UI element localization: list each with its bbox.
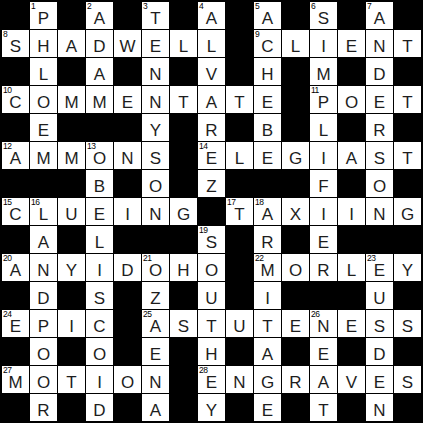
cell-letter: E xyxy=(374,257,385,279)
cell-r14c11[interactable]: T xyxy=(310,394,337,421)
cell-r11c11[interactable]: 26N xyxy=(310,310,337,337)
cell-letter: H xyxy=(177,257,189,279)
cell-letter: E xyxy=(290,313,301,335)
cell-r2c13[interactable]: D xyxy=(366,58,393,85)
cell-r8c3[interactable]: L xyxy=(86,226,113,253)
cell-r3c3[interactable]: M xyxy=(86,86,113,113)
cell-r13c1[interactable]: O xyxy=(30,366,57,393)
cell-r1c12[interactable]: E xyxy=(338,30,365,57)
clue-number-19: 19 xyxy=(199,226,207,235)
clue-number-8: 8 xyxy=(3,30,7,39)
clue-number-28: 28 xyxy=(199,366,207,375)
cell-r5c5[interactable]: S xyxy=(142,142,169,169)
cell-letter: T xyxy=(234,89,244,111)
cell-r11c10[interactable]: E xyxy=(282,310,309,337)
block-r5c6 xyxy=(170,142,197,169)
cell-r11c14[interactable]: S xyxy=(394,310,421,337)
clue-number-2: 2 xyxy=(87,2,91,11)
cell-letter: S xyxy=(402,369,413,391)
cell-letter: H xyxy=(37,33,49,55)
cell-r1c14[interactable]: T xyxy=(394,30,421,57)
cell-r12c1[interactable]: O xyxy=(30,338,57,365)
block-r10c14 xyxy=(394,282,421,309)
cell-r9c3[interactable]: I xyxy=(86,254,113,281)
block-r2c6 xyxy=(170,58,197,85)
block-r10c11 xyxy=(310,282,337,309)
cell-r14c13[interactable]: N xyxy=(366,394,393,421)
cell-r13c8[interactable]: N xyxy=(226,366,253,393)
cell-r5c11[interactable]: I xyxy=(310,142,337,169)
cell-letter: F xyxy=(318,173,328,195)
cell-r7c6[interactable]: G xyxy=(170,198,197,225)
block-r11c4 xyxy=(114,310,141,337)
block-r0c12 xyxy=(338,2,365,29)
cell-r2c3[interactable]: A xyxy=(86,58,113,85)
cell-r5c9[interactable]: E xyxy=(254,142,281,169)
cell-r9c13[interactable]: 23E xyxy=(366,254,393,281)
cell-letter: D xyxy=(37,285,49,307)
block-r8c13 xyxy=(366,226,393,253)
cell-r3c11[interactable]: 11P xyxy=(310,86,337,113)
cell-r11c1[interactable]: P xyxy=(30,310,57,337)
cell-letter: L xyxy=(179,33,188,55)
cell-r6c5[interactable]: O xyxy=(142,170,169,197)
cell-r9c11[interactable]: R xyxy=(310,254,337,281)
cell-letter: R xyxy=(37,397,49,419)
cell-r9c0[interactable]: 20A xyxy=(2,254,29,281)
cell-letter: R xyxy=(317,257,329,279)
cell-r9c12[interactable]: L xyxy=(338,254,365,281)
block-r8c14 xyxy=(394,226,421,253)
cell-r2c1[interactable]: L xyxy=(30,58,57,85)
cell-letter: I xyxy=(125,201,130,223)
block-r10c4 xyxy=(114,282,141,309)
cell-r11c5[interactable]: 25A xyxy=(142,310,169,337)
cell-letter: E xyxy=(346,313,357,335)
cell-letter: N xyxy=(37,257,49,279)
cell-r13c12[interactable]: V xyxy=(338,366,365,393)
clue-number-15: 15 xyxy=(3,198,11,207)
clue-number-13: 13 xyxy=(87,142,95,151)
block-r12c2 xyxy=(58,338,85,365)
cell-r3c7[interactable]: A xyxy=(198,86,225,113)
block-r2c8 xyxy=(226,58,253,85)
cell-r1c2[interactable]: A xyxy=(58,30,85,57)
crossword-grid: 1P2A3T4A5A6S7A8SHADWELL9CLIENTLANVHMD10C… xyxy=(0,0,423,423)
block-r12c10 xyxy=(282,338,309,365)
cell-r3c9[interactable]: E xyxy=(254,86,281,113)
cell-letter: A xyxy=(38,229,49,251)
cell-letter: T xyxy=(66,369,76,391)
cell-r6c3[interactable]: B xyxy=(86,170,113,197)
cell-r8c7[interactable]: 19S xyxy=(198,226,225,253)
cell-r9c5[interactable]: 21O xyxy=(142,254,169,281)
block-r6c12 xyxy=(338,170,365,197)
cell-letter: E xyxy=(346,33,357,55)
cell-r13c9[interactable]: G xyxy=(254,366,281,393)
block-r12c6 xyxy=(170,338,197,365)
cell-r14c5[interactable]: A xyxy=(142,394,169,421)
block-r4c2 xyxy=(58,114,85,141)
cell-r0c11[interactable]: 6S xyxy=(310,2,337,29)
cell-r3c2[interactable]: M xyxy=(58,86,85,113)
cell-r11c6[interactable]: S xyxy=(170,310,197,337)
cell-letter: Y xyxy=(402,257,413,279)
cell-r10c1[interactable]: D xyxy=(30,282,57,309)
cell-r8c9[interactable]: R xyxy=(254,226,281,253)
cell-r12c9[interactable]: A xyxy=(254,338,281,365)
cell-r10c13[interactable]: U xyxy=(366,282,393,309)
cell-r12c5[interactable]: E xyxy=(142,338,169,365)
cell-letter: A xyxy=(94,61,105,83)
cell-letter: L xyxy=(39,201,48,223)
cell-r11c8[interactable]: U xyxy=(226,310,253,337)
block-r4c12 xyxy=(338,114,365,141)
cell-r3c5[interactable]: N xyxy=(142,86,169,113)
cell-r11c9[interactable]: T xyxy=(254,310,281,337)
cell-r4c11[interactable]: L xyxy=(310,114,337,141)
cell-letter: G xyxy=(261,369,274,391)
cell-letter: E xyxy=(262,397,273,419)
block-r2c12 xyxy=(338,58,365,85)
cell-r7c8[interactable]: 17T xyxy=(226,198,253,225)
block-r8c0 xyxy=(2,226,29,253)
cell-r11c0[interactable]: 24E xyxy=(2,310,29,337)
cell-r5c7[interactable]: 14E xyxy=(198,142,225,169)
cell-letter: O xyxy=(37,89,50,111)
cell-r9c9[interactable]: 22M xyxy=(254,254,281,281)
clue-number-12: 12 xyxy=(3,142,11,151)
clue-number-1: 1 xyxy=(31,2,35,11)
cell-r14c7[interactable]: Y xyxy=(198,394,225,421)
cell-letter: I xyxy=(321,33,326,55)
cell-letter: E xyxy=(374,89,385,111)
cell-letter: I xyxy=(69,313,74,335)
cell-letter: T xyxy=(318,397,328,419)
cell-letter: L xyxy=(235,145,244,167)
cell-r1c1[interactable]: H xyxy=(30,30,57,57)
cell-r13c11[interactable]: A xyxy=(310,366,337,393)
block-r12c14 xyxy=(394,338,421,365)
cell-r0c7[interactable]: 4A xyxy=(198,2,225,29)
cell-r4c9[interactable]: B xyxy=(254,114,281,141)
block-r2c14 xyxy=(394,58,421,85)
cell-r7c3[interactable]: E xyxy=(86,198,113,225)
cell-r13c7[interactable]: 28E xyxy=(198,366,225,393)
cell-letter: U xyxy=(233,313,245,335)
cell-letter: N xyxy=(233,369,245,391)
clue-number-3: 3 xyxy=(143,2,147,11)
block-r2c2 xyxy=(58,58,85,85)
cell-letter: E xyxy=(318,229,329,251)
cell-letter: E xyxy=(150,33,161,55)
cell-r5c1[interactable]: M xyxy=(30,142,57,169)
cell-r3c6[interactable]: T xyxy=(170,86,197,113)
cell-letter: U xyxy=(205,285,217,307)
cell-r2c11[interactable]: M xyxy=(310,58,337,85)
cell-letter: L xyxy=(39,61,48,83)
block-r0c8 xyxy=(226,2,253,29)
cell-letter: S xyxy=(178,313,189,335)
cell-letter: N xyxy=(149,61,161,83)
cell-letter: A xyxy=(318,369,329,391)
block-r8c2 xyxy=(58,226,85,253)
block-r14c12 xyxy=(338,394,365,421)
cell-r12c3[interactable]: O xyxy=(86,338,113,365)
cell-r6c11[interactable]: F xyxy=(310,170,337,197)
block-r4c3 xyxy=(86,114,113,141)
cell-letter: B xyxy=(262,117,273,139)
cell-r14c3[interactable]: D xyxy=(86,394,113,421)
cell-letter: T xyxy=(402,33,412,55)
block-r6c2 xyxy=(58,170,85,197)
cell-letter: E xyxy=(206,145,217,167)
cell-r9c10[interactable]: O xyxy=(282,254,309,281)
block-r2c4 xyxy=(114,58,141,85)
cell-r3c4[interactable]: E xyxy=(114,86,141,113)
block-r14c2 xyxy=(58,394,85,421)
block-r10c0 xyxy=(2,282,29,309)
cell-r0c1[interactable]: 1P xyxy=(30,2,57,29)
clue-number-11: 11 xyxy=(311,86,319,95)
cell-letter: M xyxy=(316,61,330,83)
cell-r7c4[interactable]: I xyxy=(114,198,141,225)
cell-letter: I xyxy=(97,257,102,279)
block-r12c8 xyxy=(226,338,253,365)
cell-r6c13[interactable]: O xyxy=(366,170,393,197)
cell-r11c2[interactable]: I xyxy=(58,310,85,337)
cell-letter: T xyxy=(402,145,412,167)
cell-r11c12[interactable]: E xyxy=(338,310,365,337)
cell-r12c11[interactable]: E xyxy=(310,338,337,365)
cell-letter: H xyxy=(261,61,273,83)
cell-letter: A xyxy=(262,5,273,27)
cell-letter: N xyxy=(373,33,385,55)
cell-letter: I xyxy=(349,201,354,223)
cell-r4c1[interactable]: E xyxy=(30,114,57,141)
block-r9c8 xyxy=(226,254,253,281)
cell-letter: Z xyxy=(206,173,216,195)
cell-r10c9[interactable]: I xyxy=(254,282,281,309)
cell-r3c12[interactable]: O xyxy=(338,86,365,113)
block-r7c7 xyxy=(198,198,225,225)
cell-letter: S xyxy=(374,313,385,335)
clue-number-5: 5 xyxy=(255,2,259,11)
cell-r1c11[interactable]: I xyxy=(310,30,337,57)
cell-r3c1[interactable]: O xyxy=(30,86,57,113)
clue-number-24: 24 xyxy=(3,310,11,319)
cell-r12c13[interactable]: D xyxy=(366,338,393,365)
cell-r13c3[interactable]: I xyxy=(86,366,113,393)
cell-r7c13[interactable]: N xyxy=(366,198,393,225)
cell-r3c13[interactable]: E xyxy=(366,86,393,113)
cell-letter: R xyxy=(373,117,385,139)
cell-r9c2[interactable]: Y xyxy=(58,254,85,281)
cell-r7c9[interactable]: 18A xyxy=(254,198,281,225)
cell-r0c9[interactable]: 5A xyxy=(254,2,281,29)
cell-letter: V xyxy=(206,61,217,83)
cell-r5c13[interactable]: S xyxy=(366,142,393,169)
cell-r2c7[interactable]: V xyxy=(198,58,225,85)
cell-letter: O xyxy=(149,173,162,195)
cell-r9c7[interactable]: O xyxy=(198,254,225,281)
cell-r0c3[interactable]: 2A xyxy=(86,2,113,29)
cell-letter: M xyxy=(64,89,78,111)
cell-r6c7[interactable]: Z xyxy=(198,170,225,197)
cell-letter: O xyxy=(345,89,358,111)
cell-letter: S xyxy=(402,313,413,335)
cell-r3c8[interactable]: T xyxy=(226,86,253,113)
cell-r1c6[interactable]: L xyxy=(170,30,197,57)
block-r0c0 xyxy=(2,2,29,29)
cell-letter: N xyxy=(149,201,161,223)
cell-r7c11[interactable]: I xyxy=(310,198,337,225)
cell-r2c5[interactable]: N xyxy=(142,58,169,85)
cell-r10c5[interactable]: Z xyxy=(142,282,169,309)
clue-number-27: 27 xyxy=(3,366,11,375)
cell-r11c13[interactable]: S xyxy=(366,310,393,337)
cell-letter: T xyxy=(178,89,188,111)
cell-r5c3[interactable]: 13O xyxy=(86,142,113,169)
clue-number-20: 20 xyxy=(3,254,11,263)
cell-r13c2[interactable]: T xyxy=(58,366,85,393)
cell-r13c5[interactable]: N xyxy=(142,366,169,393)
cell-r5c2[interactable]: M xyxy=(58,142,85,169)
cell-r14c9[interactable]: E xyxy=(254,394,281,421)
cell-r11c3[interactable]: C xyxy=(86,310,113,337)
block-r14c14 xyxy=(394,394,421,421)
cell-letter: P xyxy=(38,313,49,335)
block-r6c9 xyxy=(254,170,281,197)
cell-letter: O xyxy=(37,369,50,391)
cell-letter: C xyxy=(261,33,273,55)
cell-r0c5[interactable]: 3T xyxy=(142,2,169,29)
cell-letter: T xyxy=(206,313,216,335)
cell-r9c4[interactable]: D xyxy=(114,254,141,281)
block-r8c6 xyxy=(170,226,197,253)
cell-r7c10[interactable]: X xyxy=(282,198,309,225)
block-r6c6 xyxy=(170,170,197,197)
cell-r14c1[interactable]: R xyxy=(30,394,57,421)
cell-r5c4[interactable]: N xyxy=(114,142,141,169)
cell-letter: S xyxy=(150,145,161,167)
cell-r13c0[interactable]: 27M xyxy=(2,366,29,393)
cell-r1c4[interactable]: W xyxy=(114,30,141,57)
cell-r1c0[interactable]: 8S xyxy=(2,30,29,57)
cell-r5c12[interactable]: A xyxy=(338,142,365,169)
cell-r5c0[interactable]: 12A xyxy=(2,142,29,169)
block-r10c10 xyxy=(282,282,309,309)
cell-r12c7[interactable]: H xyxy=(198,338,225,365)
block-r0c14 xyxy=(394,2,421,29)
cell-letter: S xyxy=(374,145,385,167)
cell-r7c1[interactable]: 16L xyxy=(30,198,57,225)
cell-r5c8[interactable]: L xyxy=(226,142,253,169)
cell-letter: W xyxy=(119,33,135,55)
cell-r1c7[interactable]: L xyxy=(198,30,225,57)
cell-r11c7[interactable]: T xyxy=(198,310,225,337)
cell-r7c5[interactable]: N xyxy=(142,198,169,225)
cell-r4c5[interactable]: Y xyxy=(142,114,169,141)
cell-r10c3[interactable]: S xyxy=(86,282,113,309)
cell-letter: Y xyxy=(150,117,161,139)
block-r13c6 xyxy=(170,366,197,393)
block-r12c4 xyxy=(114,338,141,365)
cell-r1c13[interactable]: N xyxy=(366,30,393,57)
block-r8c8 xyxy=(226,226,253,253)
cell-r1c10[interactable]: L xyxy=(282,30,309,57)
cell-r8c11[interactable]: E xyxy=(310,226,337,253)
cell-r0c13[interactable]: 7A xyxy=(366,2,393,29)
cell-r10c7[interactable]: U xyxy=(198,282,225,309)
cell-r5c14[interactable]: T xyxy=(394,142,421,169)
cell-letter: X xyxy=(290,201,301,223)
block-r2c10 xyxy=(282,58,309,85)
cell-letter: E xyxy=(10,313,21,335)
cell-r1c3[interactable]: D xyxy=(86,30,113,57)
cell-r9c14[interactable]: Y xyxy=(394,254,421,281)
cell-r7c12[interactable]: I xyxy=(338,198,365,225)
cell-r7c14[interactable]: G xyxy=(394,198,421,225)
cell-r4c7[interactable]: R xyxy=(198,114,225,141)
cell-r3c14[interactable]: T xyxy=(394,86,421,113)
cell-letter: G xyxy=(401,201,414,223)
clue-number-25: 25 xyxy=(143,310,151,319)
block-r6c8 xyxy=(226,170,253,197)
cell-letter: N xyxy=(121,145,133,167)
cell-letter: E xyxy=(206,369,217,391)
cell-letter: D xyxy=(373,341,385,363)
cell-letter: M xyxy=(36,145,50,167)
block-r4c6 xyxy=(170,114,197,141)
cell-letter: T xyxy=(402,89,412,111)
block-r14c4 xyxy=(114,394,141,421)
block-r4c14 xyxy=(394,114,421,141)
cell-r8c1[interactable]: A xyxy=(30,226,57,253)
cell-r13c14[interactable]: S xyxy=(394,366,421,393)
cell-r9c1[interactable]: N xyxy=(30,254,57,281)
cell-r13c4[interactable]: O xyxy=(114,366,141,393)
cell-letter: A xyxy=(262,201,273,223)
block-r10c8 xyxy=(226,282,253,309)
cell-r1c9[interactable]: 9C xyxy=(254,30,281,57)
cell-r7c2[interactable]: U xyxy=(58,198,85,225)
cell-r9c6[interactable]: H xyxy=(170,254,197,281)
cell-letter: E xyxy=(374,369,385,391)
block-r6c1 xyxy=(30,170,57,197)
clue-number-4: 4 xyxy=(199,2,203,11)
cell-letter: A xyxy=(150,313,161,335)
cell-r5c10[interactable]: G xyxy=(282,142,309,169)
cell-letter: E xyxy=(262,145,273,167)
cell-r4c13[interactable]: R xyxy=(366,114,393,141)
block-r1c8 xyxy=(226,30,253,57)
cell-letter: A xyxy=(262,341,273,363)
cell-r13c13[interactable]: E xyxy=(366,366,393,393)
cell-r7c0[interactable]: 15C xyxy=(2,198,29,225)
cell-letter: O xyxy=(37,341,50,363)
cell-r2c9[interactable]: H xyxy=(254,58,281,85)
cell-letter: E xyxy=(122,89,133,111)
cell-r13c10[interactable]: R xyxy=(282,366,309,393)
cell-r1c5[interactable]: E xyxy=(142,30,169,57)
cell-letter: I xyxy=(97,369,102,391)
cell-letter: U xyxy=(65,201,77,223)
cell-r3c0[interactable]: 10C xyxy=(2,86,29,113)
cell-letter: S xyxy=(206,229,217,251)
clue-number-6: 6 xyxy=(311,2,315,11)
cell-letter: A xyxy=(150,397,161,419)
